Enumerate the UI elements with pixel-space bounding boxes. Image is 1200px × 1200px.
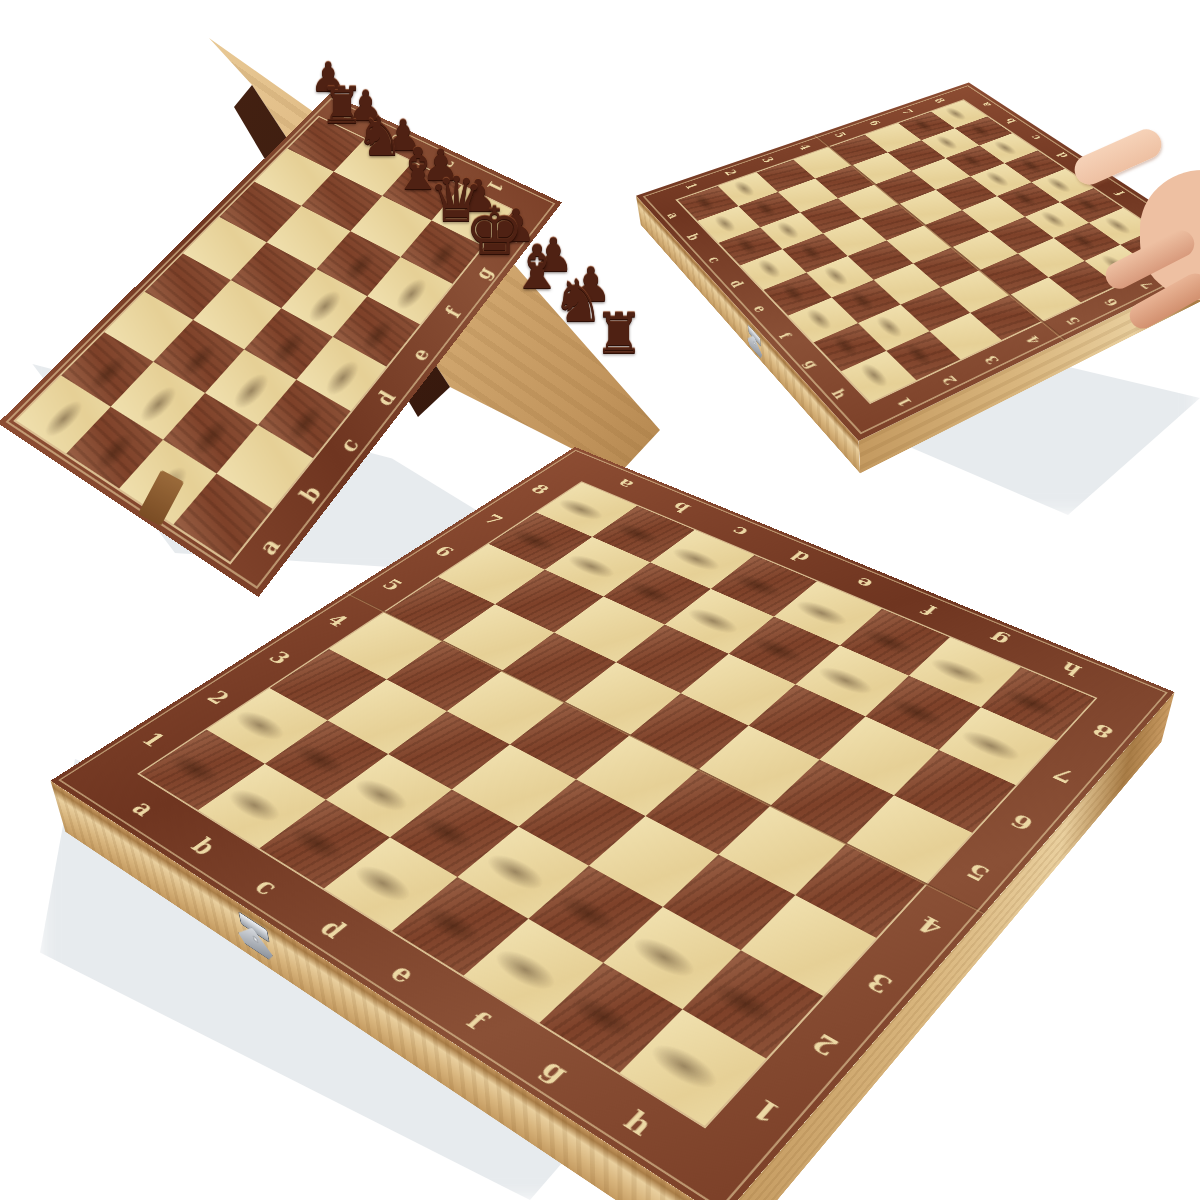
square-g5[interactable] xyxy=(980,254,1048,295)
piece-glyph: ♜ xyxy=(577,955,692,1083)
square-f5[interactable] xyxy=(699,726,820,806)
square-g6[interactable] xyxy=(1018,238,1085,277)
square-e4[interactable] xyxy=(887,225,952,263)
square-h3[interactable] xyxy=(741,895,876,996)
coord-rank-3: 3 xyxy=(264,648,297,668)
board-face: aa11bb22cc33dd44ee55ff66gg77hh88♜♞♝♛♚♝♞♜… xyxy=(51,447,1175,1200)
square-f5[interactable] xyxy=(952,231,1018,270)
coord-file-h: h xyxy=(617,1105,659,1142)
coord-rank-5-right: 5 xyxy=(961,859,995,886)
coord-rank-5: 5 xyxy=(377,576,407,594)
square-h5[interactable] xyxy=(1010,277,1080,320)
coord-rank-6-right: 6 xyxy=(1006,809,1038,834)
coord-rank-5-right: 5 xyxy=(1063,315,1084,327)
coord-rank-3-right: 3 xyxy=(862,967,899,998)
square-h4[interactable] xyxy=(970,295,1041,340)
coord-rank-4: 4 xyxy=(796,143,813,151)
square-h4[interactable] xyxy=(795,844,926,938)
piece-glyph: ♜ xyxy=(594,306,644,362)
square-h3[interactable] xyxy=(929,313,1001,360)
coord-file-h-far: h xyxy=(1056,658,1086,679)
coord-rank-6: 6 xyxy=(430,543,459,560)
coord-rank-2-right: 2 xyxy=(806,1028,844,1061)
main-board-view: aa11bb22cc33dd44ee55ff66gg77hh88♜♞♝♛♚♝♞♜… xyxy=(20,360,1190,1200)
coord-rank-5: 5 xyxy=(831,131,848,139)
coord-rank-7-right: 7 xyxy=(1049,763,1080,787)
coord-rank-6-right: 6 xyxy=(1101,297,1121,309)
square-g5[interactable] xyxy=(771,760,894,844)
coord-rank-8-right: 8 xyxy=(1088,720,1118,742)
coord-rank-4-right: 4 xyxy=(1023,333,1044,346)
piece-glyph: ♟ xyxy=(920,671,997,757)
square-g4[interactable] xyxy=(941,270,1010,312)
coord-rank-6: 6 xyxy=(866,119,882,127)
coord-file-g: g xyxy=(535,1053,576,1087)
square-e4[interactable] xyxy=(576,735,699,816)
square-f4[interactable] xyxy=(645,769,770,854)
square-h6[interactable] xyxy=(894,750,1016,833)
main-open-board: aa11bb22cc33dd44ee55ff66gg77hh88♜♞♝♛♚♝♞♜… xyxy=(51,447,1175,1200)
product-photo-stage: abcdefgh1234♜♟♟♟♟♚♛♝♞♟♟♝♟♜♟♞♟♟♟♟♟♟♟♟♜♞♝♛… xyxy=(0,0,1200,1200)
piece-glyph: ♟ xyxy=(876,310,922,362)
coord-rank-1-right: 1 xyxy=(747,1093,787,1129)
coord-rank-4-right: 4 xyxy=(913,911,948,940)
square-h5[interactable] xyxy=(846,795,972,883)
square-f4[interactable] xyxy=(913,247,980,287)
coord-rank-7-right: 7 xyxy=(1137,279,1157,290)
coord-rank-3: 3 xyxy=(759,155,776,163)
folded-coord-file-f: f xyxy=(440,304,466,321)
coord-rank-4: 4 xyxy=(322,611,354,630)
square-g4[interactable] xyxy=(718,806,846,896)
